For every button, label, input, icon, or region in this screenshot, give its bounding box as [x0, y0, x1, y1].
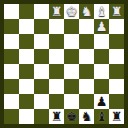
chess-board: ♜♚♞♝♜♟♟♜♚♞♝♜ [4, 4, 124, 124]
square-b1[interactable] [19, 109, 34, 124]
square-a4[interactable] [4, 64, 19, 79]
square-h2[interactable] [109, 94, 124, 109]
piece-black-rook-h1[interactable]: ♜ [111, 109, 123, 124]
piece-white-rook-d8[interactable]: ♜ [51, 4, 63, 19]
square-g4[interactable] [94, 64, 109, 79]
square-a2[interactable] [4, 94, 19, 109]
piece-black-rook-d1[interactable]: ♜ [51, 109, 63, 124]
square-e4[interactable] [64, 64, 79, 79]
square-d6[interactable] [49, 34, 64, 49]
square-a8[interactable] [4, 4, 19, 19]
square-d3[interactable] [49, 79, 64, 94]
square-b6[interactable] [19, 34, 34, 49]
chess-board-frame: ♜♚♞♝♜♟♟♜♚♞♝♜ [0, 0, 128, 128]
square-c4[interactable] [34, 64, 49, 79]
piece-white-pawn-g7[interactable]: ♟ [96, 19, 108, 34]
square-a5[interactable] [4, 49, 19, 64]
piece-black-pawn-g2[interactable]: ♟ [96, 94, 108, 109]
piece-white-king-e8[interactable]: ♚ [66, 4, 78, 19]
square-d5[interactable] [49, 49, 64, 64]
piece-black-bishop-g1[interactable]: ♝ [96, 109, 108, 124]
square-e7[interactable] [64, 19, 79, 34]
square-c5[interactable] [34, 49, 49, 64]
square-c2[interactable] [34, 94, 49, 109]
square-c8[interactable] [34, 4, 49, 19]
square-e6[interactable] [64, 34, 79, 49]
square-g3[interactable] [94, 79, 109, 94]
square-c3[interactable] [34, 79, 49, 94]
square-b5[interactable] [19, 49, 34, 64]
square-e2[interactable] [64, 94, 79, 109]
square-f1[interactable]: ♞ [79, 109, 94, 124]
square-g7[interactable]: ♟ [94, 19, 109, 34]
square-g1[interactable]: ♝ [94, 109, 109, 124]
square-f4[interactable] [79, 64, 94, 79]
square-c1[interactable] [34, 109, 49, 124]
square-g8[interactable]: ♝ [94, 4, 109, 19]
square-e8[interactable]: ♚ [64, 4, 79, 19]
piece-black-king-e1[interactable]: ♚ [66, 109, 78, 124]
square-b4[interactable] [19, 64, 34, 79]
square-b8[interactable] [19, 4, 34, 19]
square-c6[interactable] [34, 34, 49, 49]
square-d2[interactable] [49, 94, 64, 109]
square-d1[interactable]: ♜ [49, 109, 64, 124]
square-h6[interactable] [109, 34, 124, 49]
square-b7[interactable] [19, 19, 34, 34]
piece-white-rook-h8[interactable]: ♜ [111, 4, 123, 19]
square-b2[interactable] [19, 94, 34, 109]
square-a3[interactable] [4, 79, 19, 94]
square-h3[interactable] [109, 79, 124, 94]
square-f5[interactable] [79, 49, 94, 64]
square-a1[interactable] [4, 109, 19, 124]
piece-white-knight-f8[interactable]: ♞ [81, 4, 93, 19]
square-f6[interactable] [79, 34, 94, 49]
square-c7[interactable] [34, 19, 49, 34]
square-f8[interactable]: ♞ [79, 4, 94, 19]
square-e3[interactable] [64, 79, 79, 94]
square-g2[interactable]: ♟ [94, 94, 109, 109]
square-a7[interactable] [4, 19, 19, 34]
square-h1[interactable]: ♜ [109, 109, 124, 124]
square-a6[interactable] [4, 34, 19, 49]
square-h5[interactable] [109, 49, 124, 64]
square-h4[interactable] [109, 64, 124, 79]
square-d4[interactable] [49, 64, 64, 79]
square-f7[interactable] [79, 19, 94, 34]
piece-black-knight-f1[interactable]: ♞ [81, 109, 93, 124]
square-h7[interactable] [109, 19, 124, 34]
square-d7[interactable] [49, 19, 64, 34]
square-e1[interactable]: ♚ [64, 109, 79, 124]
square-g6[interactable] [94, 34, 109, 49]
square-d8[interactable]: ♜ [49, 4, 64, 19]
square-b3[interactable] [19, 79, 34, 94]
square-h8[interactable]: ♜ [109, 4, 124, 19]
square-e5[interactable] [64, 49, 79, 64]
square-g5[interactable] [94, 49, 109, 64]
piece-white-bishop-g8[interactable]: ♝ [96, 4, 108, 19]
square-f2[interactable] [79, 94, 94, 109]
square-f3[interactable] [79, 79, 94, 94]
